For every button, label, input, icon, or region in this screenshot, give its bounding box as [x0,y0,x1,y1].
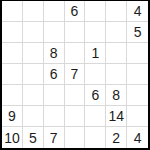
empty-cell-r2c4[interactable] [65,22,86,43]
empty-cell-r6c7[interactable] [127,106,148,127]
empty-cell-r2c5[interactable] [85,22,106,43]
empty-cell-r3c6[interactable] [106,43,127,64]
empty-cell-r6c3[interactable] [44,106,65,127]
empty-cell-r4c7[interactable] [127,64,148,85]
given-cell-r4c4: 7 [65,64,86,85]
empty-cell-r2c2[interactable] [23,22,44,43]
given-cell-r5c6: 8 [106,85,127,106]
empty-cell-r7c5[interactable] [85,127,106,148]
empty-cell-r5c7[interactable] [127,85,148,106]
empty-cell-r1c2[interactable] [23,1,44,22]
given-cell-r7c6: 2 [106,127,127,148]
given-cell-r3c3: 8 [44,43,65,64]
empty-cell-r3c4[interactable] [65,43,86,64]
given-cell-r4c3: 6 [44,64,65,85]
empty-cell-r3c1[interactable] [2,43,23,64]
given-cell-r2c7: 5 [127,22,148,43]
given-cell-r7c3: 7 [44,127,65,148]
given-cell-r1c4: 6 [65,1,86,22]
empty-cell-r6c5[interactable] [85,106,106,127]
given-cell-r7c7: 4 [127,127,148,148]
empty-cell-r4c6[interactable] [106,64,127,85]
given-cell-r7c1: 10 [2,127,23,148]
empty-cell-r4c1[interactable] [2,64,23,85]
empty-cell-r1c3[interactable] [44,1,65,22]
puzzle-board: 645816768914105724 [0,0,150,150]
empty-cell-r2c6[interactable] [106,22,127,43]
empty-cell-r6c4[interactable] [65,106,86,127]
given-cell-r5c5: 6 [85,85,106,106]
given-cell-r6c6: 14 [106,106,127,127]
empty-cell-r3c7[interactable] [127,43,148,64]
empty-cell-r4c5[interactable] [85,64,106,85]
empty-cell-r2c3[interactable] [44,22,65,43]
empty-cell-r5c4[interactable] [65,85,86,106]
given-cell-r7c2: 5 [23,127,44,148]
empty-cell-r1c1[interactable] [2,1,23,22]
empty-cell-r5c2[interactable] [23,85,44,106]
empty-cell-r1c5[interactable] [85,1,106,22]
empty-cell-r7c4[interactable] [65,127,86,148]
given-cell-r1c7: 4 [127,1,148,22]
given-cell-r6c1: 9 [2,106,23,127]
empty-cell-r5c1[interactable] [2,85,23,106]
empty-cell-r2c1[interactable] [2,22,23,43]
empty-cell-r4c2[interactable] [23,64,44,85]
empty-cell-r5c3[interactable] [44,85,65,106]
empty-cell-r1c6[interactable] [106,1,127,22]
empty-cell-r3c2[interactable] [23,43,44,64]
empty-cell-r6c2[interactable] [23,106,44,127]
given-cell-r3c5: 1 [85,43,106,64]
